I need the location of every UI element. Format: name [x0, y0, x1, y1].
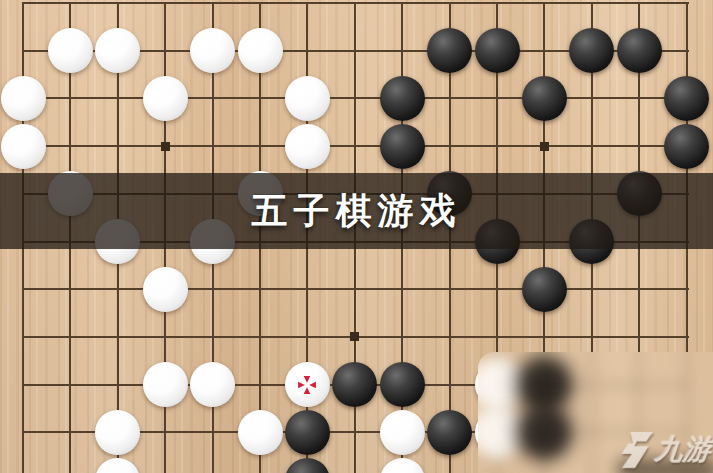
- star-point: [161, 142, 170, 151]
- star-point: [350, 332, 359, 341]
- grid-line-horizontal: [22, 2, 689, 4]
- grid-line-horizontal: [22, 145, 689, 147]
- white-stone: [285, 76, 330, 121]
- black-stone: [285, 410, 330, 455]
- white-stone: [95, 28, 140, 73]
- 9game-logo-icon: [617, 430, 655, 470]
- white-stone: [380, 458, 425, 473]
- black-stone: [475, 28, 520, 73]
- black-stone: [664, 76, 709, 121]
- black-stone: [617, 28, 662, 73]
- white-stone: [95, 410, 140, 455]
- white-stone: [238, 28, 283, 73]
- black-stone: [522, 267, 567, 312]
- white-stone: [143, 267, 188, 312]
- title-banner: 五子棋游戏: [0, 173, 713, 249]
- white-stone: [143, 362, 188, 407]
- last-move-marker-icon: [297, 375, 317, 395]
- white-stone: [190, 28, 235, 73]
- black-stone: [380, 76, 425, 121]
- white-stone: [238, 410, 283, 455]
- gomoku-board[interactable]: 五子棋游戏 九游: [0, 0, 713, 473]
- black-stone: [285, 458, 330, 473]
- white-stone: [285, 362, 330, 407]
- black-stone: [380, 124, 425, 169]
- watermark: 九游: [617, 430, 713, 470]
- banner-title: 五子棋游戏: [252, 187, 462, 236]
- black-stone: [427, 410, 472, 455]
- star-point: [540, 142, 549, 151]
- white-stone: [48, 28, 93, 73]
- grid-line-horizontal: [22, 97, 689, 99]
- white-stone: [380, 410, 425, 455]
- blurred-black-stone: [516, 404, 572, 460]
- white-stone: [1, 124, 46, 169]
- grid-line-horizontal: [22, 288, 689, 290]
- black-stone: [664, 124, 709, 169]
- black-stone: [522, 76, 567, 121]
- black-stone: [427, 28, 472, 73]
- white-stone: [1, 76, 46, 121]
- white-stone: [143, 76, 188, 121]
- black-stone: [569, 28, 614, 73]
- black-stone: [380, 362, 425, 407]
- watermark-text: 九游: [654, 436, 713, 464]
- white-stone: [95, 458, 140, 473]
- white-stone: [190, 362, 235, 407]
- white-stone: [285, 124, 330, 169]
- black-stone: [332, 362, 377, 407]
